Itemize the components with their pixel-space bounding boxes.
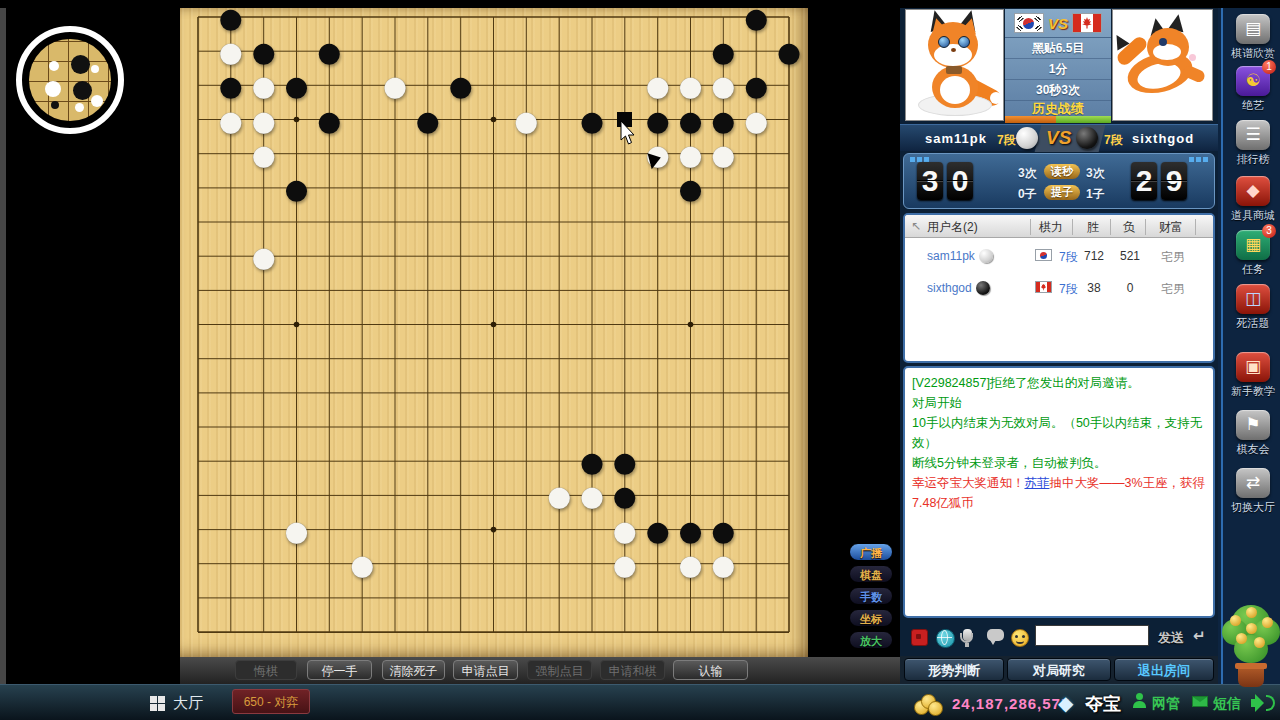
chat-input-row: 发送 ↵ — [903, 622, 1215, 652]
tutorial-icon: ▣ — [1236, 352, 1270, 382]
stone-black: ● — [671, 168, 711, 208]
fox-go-client-window: ●●●●●●●●●●●●●●●●●●●●●●●●●●●●●●●●●●●●●●●●… — [0, 0, 1280, 720]
fox-avatar-sitting — [906, 10, 1003, 120]
user-wealth: 宅男 — [1151, 281, 1195, 298]
user-name: sam11pk — [927, 249, 993, 263]
white-player-name: sam11pk — [925, 131, 987, 146]
white-stone-icon — [1016, 127, 1038, 149]
chat-user-link[interactable]: 苏菲 — [1025, 476, 1050, 490]
white-clock: 30 — [917, 162, 973, 200]
chat-input[interactable] — [1035, 625, 1149, 646]
chat-message: 对局开始 — [912, 393, 1206, 413]
stone-black: ● — [277, 168, 317, 208]
match-info-column: VS 黑贴6.5目 1分 30秒3次 历史战绩 — [1005, 9, 1111, 122]
board-tool-广播[interactable]: 广播 — [849, 543, 893, 561]
game-button-申请和棋: 申请和棋 — [600, 660, 665, 680]
captures-right-count: 1子 — [1086, 186, 1105, 203]
jueyi-ai-icon: ☯1 — [1236, 66, 1270, 96]
col-username[interactable]: 用户名(2) — [927, 219, 978, 236]
panel-button-退出房间[interactable]: 退出房间 — [1114, 658, 1214, 681]
kifu-book-icon: ▤ — [1236, 14, 1270, 44]
microphone-icon[interactable] — [963, 629, 972, 641]
chat-panel[interactable]: [V229824857]拒绝了您发出的对局邀请。对局开始10手以内结束为无效对局… — [903, 366, 1215, 618]
coin-balance: 24,187,286,575 — [952, 695, 1070, 712]
stone-white: ● — [277, 510, 317, 550]
notification-badge: 3 — [1262, 224, 1276, 238]
tasks-icon: ▦3 — [1236, 230, 1270, 260]
player-bar: sam11pk 7段 VS 7段 sixthgod — [900, 124, 1218, 151]
user-name: sixthgod — [927, 281, 990, 295]
room-tab[interactable]: 650 - 对弈 — [232, 689, 310, 714]
col-wins[interactable]: 胜 — [1087, 219, 1099, 236]
game-button-停一手[interactable]: 停一手 — [307, 660, 372, 680]
board-tool-手数[interactable]: 手数 — [849, 587, 893, 605]
white-stone-icon — [979, 249, 993, 263]
ranking-icon: ☰ — [1236, 120, 1270, 150]
clock-digit: 3 — [917, 162, 943, 200]
user-wins: 712 — [1077, 249, 1111, 263]
board-tools: 广播棋盘手数坐标放大 — [849, 543, 897, 653]
board-tool-坐标[interactable]: 坐标 — [849, 609, 893, 627]
sort-icon[interactable]: ↖ — [911, 219, 921, 233]
black-player-name: sixthgod — [1132, 131, 1194, 146]
clock-digit: 9 — [1161, 162, 1187, 200]
lobby-label: 大厅 — [173, 694, 203, 713]
sidebar-item-道具商城[interactable]: ◆道具商城 — [1230, 176, 1276, 223]
user-row-sam11pk[interactable]: sam11pk7段712521宅男 — [905, 243, 1213, 269]
sidebar-item-label: 死活题 — [1230, 316, 1276, 331]
user-wealth: 宅男 — [1151, 249, 1195, 266]
sidebar-item-label: 棋友会 — [1230, 442, 1276, 457]
user-list-header[interactable]: ↖ 用户名(2) 棋力 胜 负 财富 — [905, 215, 1213, 238]
captures-badge: 提子 — [1044, 185, 1080, 200]
clock-digit: 2 — [1131, 162, 1157, 200]
user-row-sixthgod[interactable]: sixthgod7段380宅男 — [905, 275, 1213, 301]
chat-message: [V229824857]拒绝了您发出的对局邀请。 — [912, 373, 1206, 393]
admin-person-icon[interactable] — [1133, 693, 1147, 709]
captures-left-count: 0子 — [1018, 186, 1037, 203]
stone-white: ● — [703, 544, 743, 584]
sidebar-item-棋谱欣赏[interactable]: ▤棋谱欣赏 — [1230, 14, 1276, 61]
stone-white: ● — [244, 236, 284, 276]
col-wealth[interactable]: 财富 — [1159, 219, 1183, 236]
left-player-avatar-card — [905, 9, 1004, 121]
main-time-text: 1分 — [1005, 59, 1111, 80]
switch-lobby-icon: ⇄ — [1236, 468, 1270, 498]
record-icon[interactable] — [911, 629, 928, 646]
game-action-bar: 悔棋停一手清除死子申请点目强制点目申请和棋认输 — [180, 657, 903, 684]
korea-flag-icon — [1035, 249, 1052, 261]
sidebar-item-label: 排行榜 — [1230, 152, 1276, 167]
sidebar-item-label: 任务 — [1230, 262, 1276, 277]
admin-label[interactable]: 网管 — [1152, 695, 1180, 713]
item-mall-icon: ◆ — [1236, 176, 1270, 206]
left-edge-strip — [0, 8, 6, 684]
user-rank: 7段 — [1059, 281, 1078, 298]
komi-text: 黑贴6.5目 — [1005, 39, 1111, 59]
byoyomi-badge: 读秒 — [1044, 164, 1080, 179]
game-button-申请点目[interactable]: 申请点目 — [453, 660, 518, 680]
black-stone-icon — [1076, 127, 1098, 149]
black-player-rank: 7段 — [1104, 132, 1123, 149]
sms-envelope-icon[interactable] — [1192, 696, 1208, 707]
user-losses: 521 — [1113, 249, 1147, 263]
chat-message: 10手以内结束为无效对局。（50手以内结束，支持无效） — [912, 413, 1206, 453]
bottom-taskbar: 大厅 650 - 对弈 24,187,286,575 ◆ 夺宝 网管 短信 — [0, 684, 1280, 720]
board-tool-棋盘[interactable]: 棋盘 — [849, 565, 893, 583]
white-player-rank: 7段 — [997, 132, 1016, 149]
clock-digit: 0 — [947, 162, 973, 200]
sidebar-item-绝艺[interactable]: ☯1绝艺 — [1230, 66, 1276, 113]
send-button[interactable]: 发送 — [1158, 629, 1184, 647]
stone-black: ● — [572, 100, 612, 140]
sidebar-item-label: 道具商城 — [1230, 208, 1276, 223]
byo-left-count: 3次 — [1018, 165, 1037, 182]
vs-center-label: VS — [1046, 127, 1071, 149]
sidebar-item-任务[interactable]: ▦3任务 — [1230, 230, 1276, 277]
sidebar-item-切换大厅[interactable]: ⇄切换大厅 — [1230, 468, 1276, 515]
chat-message: 幸运夺宝大奖通知！苏菲抽中大奖——3%王座，获得7.48亿狐币 — [912, 473, 1206, 513]
user-list-panel: ↖ 用户名(2) 棋力 胜 负 财富 sam11pk7段712521宅男sixt… — [903, 213, 1215, 363]
stone-white: ● — [506, 100, 546, 140]
col-strength[interactable]: 棋力 — [1039, 219, 1063, 236]
history-winrate-bar — [1005, 116, 1111, 123]
stone-white: ● — [605, 544, 645, 584]
notification-badge: 1 — [1262, 60, 1276, 74]
game-button-认输[interactable]: 认输 — [673, 660, 748, 680]
sidebar-item-label: 棋谱欣赏 — [1230, 46, 1276, 61]
sidebar-item-label: 切换大厅 — [1230, 500, 1276, 515]
black-stone-icon — [976, 281, 990, 295]
col-losses[interactable]: 负 — [1123, 219, 1135, 236]
user-losses: 0 — [1113, 281, 1147, 295]
user-rank: 7段 — [1059, 249, 1078, 266]
emoji-icon[interactable] — [1011, 629, 1029, 647]
stone-black: ● — [408, 100, 448, 140]
game-button-悔棋: 悔棋 — [235, 660, 297, 680]
treasure-diamond-icon[interactable]: ◆ — [1058, 691, 1073, 715]
flags-row: VS — [1005, 9, 1111, 38]
byoyomi-text: 30秒3次 — [1005, 80, 1111, 101]
right-player-avatar-card — [1112, 9, 1213, 121]
right-sidebar: ▤棋谱欣赏☯1绝艺☰排行榜◆道具商城▦3任务◫死活题▣新手教学⚑棋友会⇄切换大厅 — [1218, 8, 1280, 684]
tsumego-icon: ◫ — [1236, 284, 1270, 314]
treasure-button[interactable]: 夺宝 — [1085, 692, 1121, 716]
black-clock: 29 — [1131, 162, 1187, 200]
game-button-清除死子[interactable]: 清除死子 — [382, 660, 445, 680]
coin-icon — [928, 701, 943, 716]
korea-flag-icon — [1014, 13, 1044, 33]
panel-button-形势判断[interactable]: 形势判断 — [904, 658, 1004, 681]
fox-avatar-lying — [1113, 10, 1212, 120]
byo-right-count: 3次 — [1086, 165, 1105, 182]
sms-label[interactable]: 短信 — [1213, 695, 1241, 713]
panel-button-对局研究[interactable]: 对局研究 — [1007, 658, 1111, 681]
go-club-icon: ⚑ — [1236, 410, 1270, 440]
canada-flag-icon — [1072, 13, 1102, 33]
game-button-强制点目: 强制点目 — [527, 660, 592, 680]
board-tool-放大[interactable]: 放大 — [849, 631, 893, 649]
user-wins: 38 — [1077, 281, 1111, 295]
go-board-logo-disc — [29, 39, 111, 121]
vs-label: VS — [1048, 15, 1068, 32]
go-board-logo — [16, 26, 124, 134]
speech-bubble-icon[interactable] — [987, 629, 1004, 641]
chat-message: 断线5分钟未登录者，自动被判负。 — [912, 453, 1206, 473]
go-board[interactable]: ●●●●●●●●●●●●●●●●●●●●●●●●●●●●●●●●●●●●●●●●… — [180, 8, 808, 657]
mouse-cursor — [620, 121, 638, 151]
room-button-row: 形势判断对局研究退出房间 — [900, 656, 1218, 684]
speaker-icon[interactable] — [1251, 693, 1277, 713]
sidebar-item-排行榜[interactable]: ☰排行榜 — [1230, 120, 1276, 167]
sidebar-item-label: 绝艺 — [1230, 98, 1276, 113]
timer-panel: 30 29 3次 读秒 3次 0子 提子 1子 — [903, 153, 1215, 209]
sidebar-item-死活题[interactable]: ◫死活题 — [1230, 284, 1276, 331]
canada-flag-icon — [1035, 281, 1052, 293]
sidebar-item-棋友会[interactable]: ⚑棋友会 — [1230, 410, 1276, 457]
globe-icon[interactable] — [936, 629, 955, 648]
stone-white: ● — [342, 544, 382, 584]
money-tree[interactable] — [1222, 597, 1280, 692]
lobby-grid-icon — [150, 696, 165, 711]
sidebar-item-新手教学[interactable]: ▣新手教学 — [1230, 352, 1276, 399]
lobby-tab[interactable]: 大厅 — [150, 690, 203, 716]
stone-black: ● — [309, 100, 349, 140]
return-arrow-icon[interactable]: ↵ — [1193, 627, 1206, 645]
sidebar-item-label: 新手教学 — [1230, 384, 1276, 399]
history-record-link[interactable]: 历史战绩 — [1005, 101, 1111, 116]
